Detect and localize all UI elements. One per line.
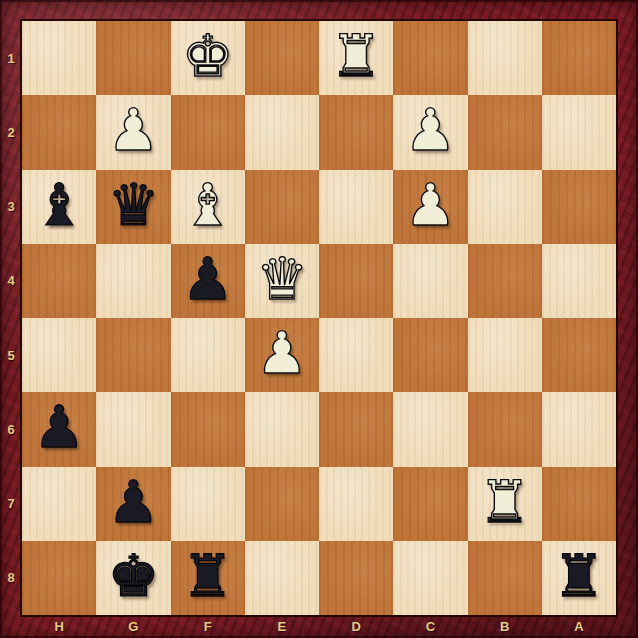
- square-h4[interactable]: [22, 244, 96, 318]
- square-d5[interactable]: [319, 318, 393, 392]
- square-a8[interactable]: ♜: [542, 541, 616, 615]
- square-d8[interactable]: [319, 541, 393, 615]
- piece-black-pawn-h6[interactable]: ♟: [33, 398, 85, 456]
- square-g3[interactable]: ♛: [96, 170, 170, 244]
- piece-black-pawn-g7[interactable]: ♟: [107, 473, 159, 531]
- square-g2[interactable]: ♟: [96, 95, 170, 169]
- square-c8[interactable]: [393, 541, 467, 615]
- square-c2[interactable]: ♟: [393, 95, 467, 169]
- square-f2[interactable]: [171, 95, 245, 169]
- square-e7[interactable]: [245, 467, 319, 541]
- square-b6[interactable]: [468, 392, 542, 466]
- rank-label-5: 5: [0, 318, 22, 392]
- square-e8[interactable]: [245, 541, 319, 615]
- rank-labels: 1 2 3 4 5 6 7 8: [0, 21, 22, 615]
- square-g4[interactable]: [96, 244, 170, 318]
- rank-label-4: 4: [0, 244, 22, 318]
- square-e6[interactable]: [245, 392, 319, 466]
- square-g5[interactable]: [96, 318, 170, 392]
- square-d2[interactable]: [319, 95, 393, 169]
- square-b2[interactable]: [468, 95, 542, 169]
- square-c6[interactable]: [393, 392, 467, 466]
- square-g1[interactable]: [96, 21, 170, 95]
- file-label-d: D: [319, 615, 393, 638]
- piece-white-rook-b7[interactable]: ♜: [479, 473, 531, 531]
- rank-label-3: 3: [0, 170, 22, 244]
- square-a5[interactable]: [542, 318, 616, 392]
- piece-white-rook-d1[interactable]: ♜: [330, 27, 382, 85]
- square-f3[interactable]: ♝: [171, 170, 245, 244]
- square-g8[interactable]: ♚: [96, 541, 170, 615]
- square-c5[interactable]: [393, 318, 467, 392]
- rank-label-1: 1: [0, 21, 22, 95]
- square-g6[interactable]: [96, 392, 170, 466]
- rank-label-6: 6: [0, 392, 22, 466]
- square-f7[interactable]: [171, 467, 245, 541]
- square-d6[interactable]: [319, 392, 393, 466]
- chess-board: ♚♜♟♟♝♛♝♟♟♛♟♟♟♜♚♜♜: [22, 21, 616, 615]
- piece-black-pawn-f4[interactable]: ♟: [182, 250, 234, 308]
- square-e5[interactable]: ♟: [245, 318, 319, 392]
- piece-black-bishop-h3[interactable]: ♝: [33, 176, 85, 234]
- square-c3[interactable]: ♟: [393, 170, 467, 244]
- rank-label-2: 2: [0, 95, 22, 169]
- piece-black-rook-f8[interactable]: ♜: [182, 547, 234, 605]
- square-f6[interactable]: [171, 392, 245, 466]
- square-b8[interactable]: [468, 541, 542, 615]
- square-h1[interactable]: [22, 21, 96, 95]
- square-g7[interactable]: ♟: [96, 467, 170, 541]
- file-label-b: B: [468, 615, 542, 638]
- file-label-h: H: [22, 615, 96, 638]
- square-d4[interactable]: [319, 244, 393, 318]
- piece-black-queen-g3[interactable]: ♛: [107, 176, 159, 234]
- square-a3[interactable]: [542, 170, 616, 244]
- square-a6[interactable]: [542, 392, 616, 466]
- square-b5[interactable]: [468, 318, 542, 392]
- piece-white-pawn-e5[interactable]: ♟: [256, 324, 308, 382]
- square-h7[interactable]: [22, 467, 96, 541]
- square-b1[interactable]: [468, 21, 542, 95]
- square-h3[interactable]: ♝: [22, 170, 96, 244]
- square-h8[interactable]: [22, 541, 96, 615]
- chess-board-frame: 1 2 3 4 5 6 7 8 H G F E D C B A ♚♜♟♟♝♛♝♟…: [0, 0, 638, 638]
- file-label-a: A: [542, 615, 616, 638]
- piece-white-pawn-c3[interactable]: ♟: [404, 176, 456, 234]
- square-c1[interactable]: [393, 21, 467, 95]
- square-d7[interactable]: [319, 467, 393, 541]
- piece-white-pawn-c2[interactable]: ♟: [404, 101, 456, 159]
- square-h5[interactable]: [22, 318, 96, 392]
- square-a7[interactable]: [542, 467, 616, 541]
- square-a4[interactable]: [542, 244, 616, 318]
- square-a2[interactable]: [542, 95, 616, 169]
- rank-label-8: 8: [0, 541, 22, 615]
- file-label-c: C: [393, 615, 467, 638]
- piece-white-bishop-f3[interactable]: ♝: [182, 176, 234, 234]
- square-h2[interactable]: [22, 95, 96, 169]
- square-f4[interactable]: ♟: [171, 244, 245, 318]
- file-label-g: G: [96, 615, 170, 638]
- piece-black-king-g8[interactable]: ♚: [107, 547, 159, 605]
- rank-label-7: 7: [0, 467, 22, 541]
- square-f1[interactable]: ♚: [171, 21, 245, 95]
- square-h6[interactable]: ♟: [22, 392, 96, 466]
- piece-white-pawn-g2[interactable]: ♟: [107, 101, 159, 159]
- square-a1[interactable]: [542, 21, 616, 95]
- square-b3[interactable]: [468, 170, 542, 244]
- square-c4[interactable]: [393, 244, 467, 318]
- piece-white-queen-e4[interactable]: ♛: [256, 250, 308, 308]
- file-labels: H G F E D C B A: [22, 615, 616, 638]
- square-e4[interactable]: ♛: [245, 244, 319, 318]
- square-b4[interactable]: [468, 244, 542, 318]
- square-f5[interactable]: [171, 318, 245, 392]
- square-e1[interactable]: [245, 21, 319, 95]
- piece-black-rook-a8[interactable]: ♜: [553, 547, 605, 605]
- file-label-e: E: [245, 615, 319, 638]
- square-e3[interactable]: [245, 170, 319, 244]
- piece-white-king-f1[interactable]: ♚: [182, 27, 234, 85]
- square-f8[interactable]: ♜: [171, 541, 245, 615]
- square-c7[interactable]: [393, 467, 467, 541]
- square-e2[interactable]: [245, 95, 319, 169]
- square-d3[interactable]: [319, 170, 393, 244]
- file-label-f: F: [171, 615, 245, 638]
- square-d1[interactable]: ♜: [319, 21, 393, 95]
- square-b7[interactable]: ♜: [468, 467, 542, 541]
